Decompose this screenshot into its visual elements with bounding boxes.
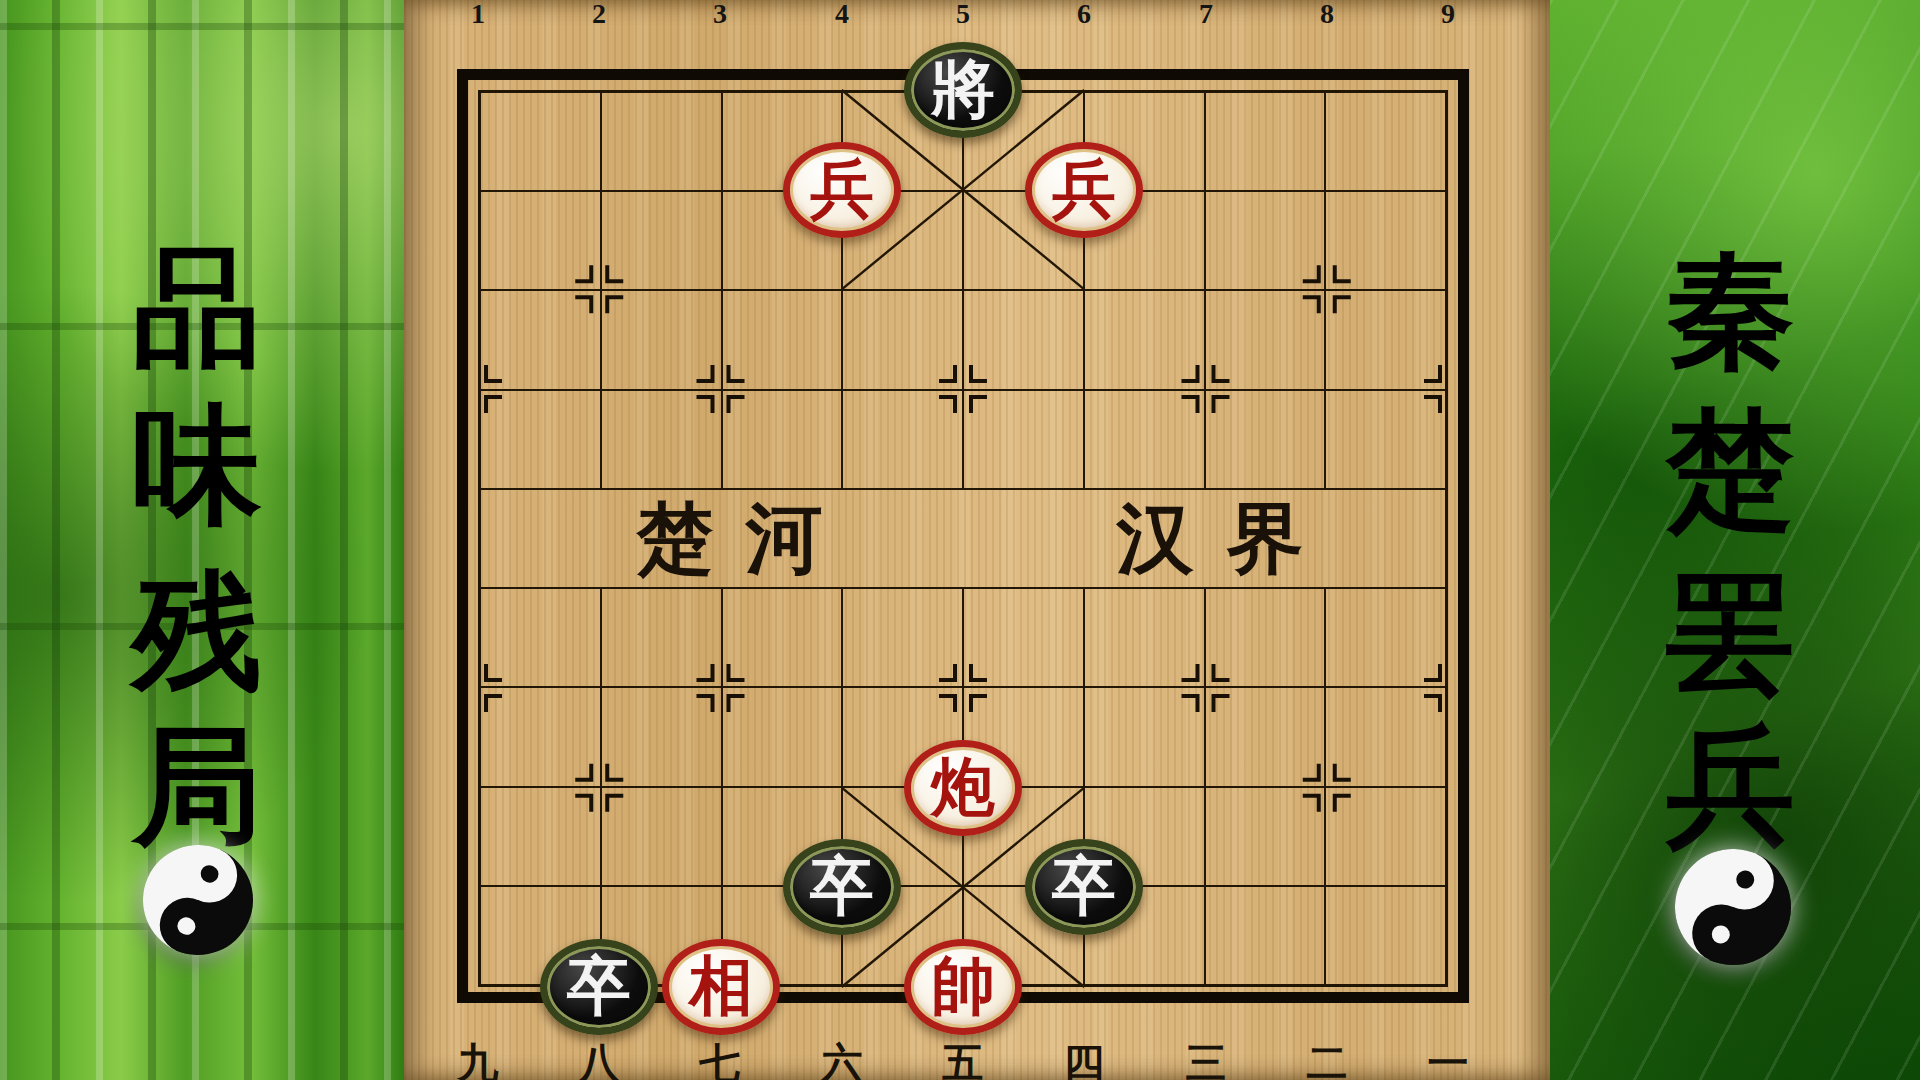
yinyang-white-dot <box>1708 922 1732 946</box>
board-cell <box>1205 92 1326 191</box>
file-number-label: 6 <box>1054 0 1114 30</box>
file-number-label: 2 <box>569 0 629 30</box>
board-cell <box>601 390 722 489</box>
board-cell <box>480 390 601 489</box>
board-cell <box>722 687 843 786</box>
board-cell <box>1325 92 1446 191</box>
board-cell <box>480 787 601 886</box>
stage: 品 味 残 局 秦 楚 罢 兵 1 2 3 4 5 6 7 8 9 楚 河 汉 … <box>0 0 1920 1080</box>
banner-char: 秦 <box>1655 235 1805 385</box>
board-cell <box>1084 588 1205 687</box>
rank-numeral-label: 五 <box>933 1036 993 1080</box>
board-cell <box>480 92 601 191</box>
rank-numeral-label: 二 <box>1297 1036 1357 1080</box>
file-number-label: 5 <box>933 0 993 30</box>
rank-numeral-label: 八 <box>569 1036 629 1080</box>
board-cell <box>1325 489 1446 588</box>
board-cell <box>601 787 722 886</box>
board-cell <box>1325 588 1446 687</box>
file-number-label: 7 <box>1176 0 1236 30</box>
board-cell <box>1205 191 1326 290</box>
rank-numeral-label: 六 <box>812 1036 872 1080</box>
board-cell <box>480 290 601 389</box>
file-number-label: 9 <box>1418 0 1478 30</box>
board-cell <box>1205 787 1326 886</box>
piece-red-cannon[interactable]: 炮 <box>904 740 1022 836</box>
board-cell <box>1205 886 1326 985</box>
board-cell <box>1084 390 1205 489</box>
board-cell <box>1325 687 1446 786</box>
board-cell <box>1325 290 1446 389</box>
banner-char: 局 <box>122 711 272 861</box>
board-cell <box>963 390 1084 489</box>
board-cell <box>842 588 963 687</box>
board-cell <box>1325 787 1446 886</box>
banner-char: 残 <box>122 556 272 706</box>
board-cell <box>722 588 843 687</box>
yinyang-white-dot <box>175 915 198 938</box>
board-cell <box>1205 687 1326 786</box>
piece-black-soldier-left[interactable]: 卒 <box>783 839 901 935</box>
yinyang-black-dot <box>198 862 221 885</box>
piece-red-soldier-right[interactable]: 兵 <box>1025 142 1143 238</box>
river-label-jie: 界 <box>1220 497 1310 581</box>
file-number-label: 1 <box>448 0 508 30</box>
board-cell <box>1205 290 1326 389</box>
board-cell <box>963 489 1084 588</box>
piece-red-general[interactable]: 帥 <box>904 939 1022 1035</box>
board-cell <box>480 191 601 290</box>
banner-char: 楚 <box>1655 394 1805 544</box>
piece-black-soldier-right[interactable]: 卒 <box>1025 839 1143 935</box>
board-cell <box>1325 390 1446 489</box>
board-cell <box>601 92 722 191</box>
board-cell <box>480 687 601 786</box>
banner-char: 品 <box>122 232 272 382</box>
rank-numeral-label: 四 <box>1054 1036 1114 1080</box>
piece-red-elephant[interactable]: 相 <box>662 939 780 1035</box>
board-cell <box>480 588 601 687</box>
river-label-he: 河 <box>739 497 829 581</box>
board-cell <box>601 191 722 290</box>
file-number-label: 8 <box>1297 0 1357 30</box>
board-cell <box>842 489 963 588</box>
banner-char: 兵 <box>1655 710 1805 860</box>
board-cell <box>601 588 722 687</box>
board-cell <box>1205 588 1326 687</box>
board-cell <box>601 290 722 389</box>
board-cell <box>1084 687 1205 786</box>
piece-black-general[interactable]: 將 <box>904 42 1022 138</box>
rank-numeral-label: 九 <box>448 1036 508 1080</box>
board-cell <box>842 290 963 389</box>
board-cell <box>1084 290 1205 389</box>
board-cell <box>1205 390 1326 489</box>
board-cell <box>1325 191 1446 290</box>
board-cell <box>842 390 963 489</box>
yinyang-black-dot <box>1733 867 1757 891</box>
board-cell <box>1325 886 1446 985</box>
rank-numeral-label: 一 <box>1418 1036 1478 1080</box>
river-label-chu: 楚 <box>630 497 720 581</box>
banner-char: 罢 <box>1655 558 1805 708</box>
rank-numeral-label: 七 <box>690 1036 750 1080</box>
river-label-han: 汉 <box>1110 497 1200 581</box>
banner-char: 味 <box>122 390 272 540</box>
board-cell <box>963 290 1084 389</box>
piece-red-soldier-left[interactable]: 兵 <box>783 142 901 238</box>
file-number-label: 4 <box>812 0 872 30</box>
piece-black-soldier-bottom[interactable]: 卒 <box>540 939 658 1035</box>
board-cell <box>963 588 1084 687</box>
file-number-label: 3 <box>690 0 750 30</box>
board-cell <box>722 390 843 489</box>
board-cell <box>480 489 601 588</box>
board-cell <box>601 687 722 786</box>
rank-numeral-label: 三 <box>1176 1036 1236 1080</box>
board-cell <box>722 290 843 389</box>
